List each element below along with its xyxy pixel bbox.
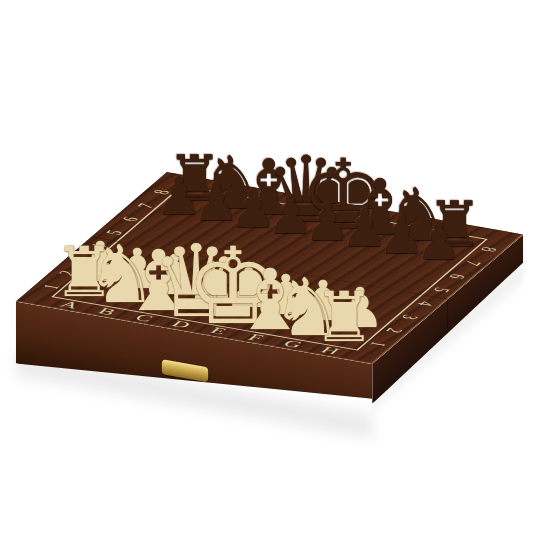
piece-layer: ♜♞♝♛♚♝♞♜♟♟♟♟♟♟♟♟♟♟♟♟♟♟♟♟♜♞♝♛♚♝♞♜ — [0, 0, 533, 533]
chess-set-photo: ABCDEFGH1122334455667788 ♜♞♝♛♚♝♞♜♟♟♟♟♟♟♟… — [0, 0, 533, 533]
piece-white-rook-h1[interactable]: ♜ — [313, 283, 375, 352]
piece-black-pawn-h7[interactable]: ♟ — [416, 216, 462, 268]
